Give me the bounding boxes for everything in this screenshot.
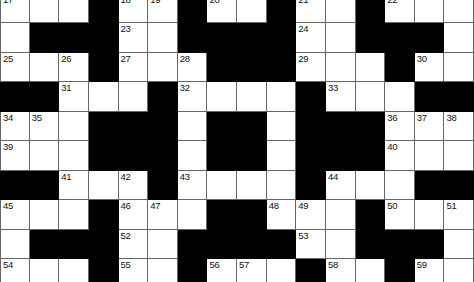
crossword-cell[interactable] <box>267 171 297 201</box>
crossword-cell[interactable] <box>415 0 445 23</box>
crossword-black-cell <box>119 112 149 142</box>
crossword-cell[interactable]: 54 <box>0 259 30 282</box>
clue-number: 18 <box>121 0 131 5</box>
crossword-black-cell <box>89 141 119 171</box>
crossword-cell[interactable] <box>444 230 474 260</box>
crossword-cell[interactable] <box>59 112 89 142</box>
crossword-black-cell <box>385 259 415 282</box>
clue-number: 41 <box>61 172 71 182</box>
crossword-cell[interactable]: 43 <box>178 171 208 201</box>
crossword-cell[interactable]: 34 <box>0 112 30 142</box>
crossword-cell[interactable] <box>148 259 178 282</box>
crossword-cell[interactable] <box>326 23 356 53</box>
clue-number: 30 <box>417 54 427 64</box>
crossword-black-cell <box>296 171 326 201</box>
crossword-black-cell <box>237 230 267 260</box>
clue-number: 52 <box>121 231 131 241</box>
crossword-cell[interactable]: 51 <box>444 200 474 230</box>
crossword-cell[interactable] <box>444 23 474 53</box>
crossword-black-cell <box>207 53 237 83</box>
clue-number: 20 <box>209 0 219 5</box>
clue-number: 31 <box>61 83 71 93</box>
crossword-black-cell <box>444 171 474 201</box>
crossword-cell[interactable] <box>444 141 474 171</box>
crossword-cell[interactable]: 44 <box>326 171 356 201</box>
clue-number: 51 <box>446 201 456 211</box>
crossword-cell[interactable] <box>178 200 208 230</box>
clue-number: 44 <box>328 172 338 182</box>
crossword-black-cell <box>415 82 445 112</box>
clue-number: 47 <box>150 201 160 211</box>
crossword-cell[interactable] <box>59 141 89 171</box>
crossword-cell[interactable] <box>0 23 30 53</box>
crossword-cell[interactable]: 25 <box>0 53 30 83</box>
crossword-cell[interactable] <box>385 82 415 112</box>
crossword-black-cell <box>89 112 119 142</box>
crossword-cell[interactable]: 33 <box>326 82 356 112</box>
crossword-cell[interactable]: 28 <box>178 53 208 83</box>
crossword-black-cell <box>356 141 386 171</box>
crossword-cell[interactable]: 52 <box>119 230 149 260</box>
crossword-cell[interactable]: 31 <box>59 82 89 112</box>
clue-number: 27 <box>121 54 131 64</box>
clue-number: 33 <box>328 83 338 93</box>
crossword-cell[interactable] <box>444 53 474 83</box>
crossword-black-cell <box>89 0 119 23</box>
crossword-black-cell <box>296 112 326 142</box>
crossword-cell[interactable]: 20 <box>207 0 237 23</box>
crossword-cell[interactable] <box>30 200 60 230</box>
crossword-black-cell <box>178 23 208 53</box>
clue-number: 46 <box>121 201 131 211</box>
crossword-cell[interactable]: 32 <box>178 82 208 112</box>
clue-number: 49 <box>298 201 308 211</box>
clue-number: 32 <box>180 83 190 93</box>
clue-number: 29 <box>298 54 308 64</box>
crossword-black-cell <box>148 141 178 171</box>
crossword-black-cell <box>30 23 60 53</box>
clue-number: 28 <box>180 54 190 64</box>
crossword-cell[interactable]: 50 <box>385 200 415 230</box>
crossword-black-cell <box>267 230 297 260</box>
crossword-black-cell <box>267 53 297 83</box>
crossword-board: 1718192021222324252627282930313233343536… <box>0 0 474 282</box>
crossword-cell[interactable]: 22 <box>385 0 415 23</box>
crossword-cell[interactable] <box>415 141 445 171</box>
clue-number: 54 <box>3 260 13 270</box>
crossword-cell[interactable] <box>356 171 386 201</box>
crossword-cell[interactable] <box>30 141 60 171</box>
clue-number: 43 <box>180 172 190 182</box>
crossword-cell[interactable] <box>59 259 89 282</box>
crossword-cell[interactable]: 48 <box>267 200 297 230</box>
clue-number: 58 <box>328 260 338 270</box>
crossword-cell[interactable] <box>444 0 474 23</box>
crossword-cell[interactable] <box>89 171 119 201</box>
crossword-black-cell <box>415 230 445 260</box>
crossword-cell[interactable]: 26 <box>59 53 89 83</box>
crossword-cell[interactable]: 49 <box>296 200 326 230</box>
crossword-black-cell <box>30 82 60 112</box>
crossword-black-cell <box>356 200 386 230</box>
crossword-black-cell <box>385 53 415 83</box>
crossword-cell[interactable] <box>30 259 60 282</box>
crossword-black-cell <box>207 112 237 142</box>
clue-number: 21 <box>298 0 308 5</box>
clue-number: 45 <box>3 201 13 211</box>
crossword-black-cell <box>385 23 415 53</box>
clue-number: 39 <box>3 142 13 152</box>
crossword-black-cell <box>148 82 178 112</box>
crossword-black-cell <box>178 259 208 282</box>
crossword-black-cell <box>178 0 208 23</box>
crossword-black-cell <box>237 141 267 171</box>
crossword-black-cell <box>296 82 326 112</box>
crossword-cell[interactable] <box>267 82 297 112</box>
crossword-cell[interactable] <box>59 0 89 23</box>
clue-number: 37 <box>417 113 427 123</box>
crossword-black-cell <box>59 230 89 260</box>
crossword-cell[interactable] <box>267 112 297 142</box>
crossword-cell[interactable] <box>356 82 386 112</box>
clue-number: 26 <box>61 54 71 64</box>
crossword-black-cell <box>89 259 119 282</box>
clue-number: 59 <box>417 260 427 270</box>
crossword-cell[interactable] <box>0 230 30 260</box>
crossword-black-cell <box>89 53 119 83</box>
crossword-black-cell <box>237 53 267 83</box>
crossword-black-cell <box>0 171 30 201</box>
clue-number: 17 <box>3 0 13 5</box>
clue-number: 50 <box>387 201 397 211</box>
crossword-black-cell <box>356 230 386 260</box>
crossword-black-cell <box>30 171 60 201</box>
clue-number: 38 <box>446 113 456 123</box>
crossword-cell[interactable]: 23 <box>119 23 149 53</box>
crossword-cell[interactable]: 59 <box>415 259 445 282</box>
crossword-cell[interactable] <box>267 259 297 282</box>
crossword-cell[interactable] <box>326 200 356 230</box>
clue-number: 36 <box>387 113 397 123</box>
crossword-cell[interactable] <box>326 230 356 260</box>
crossword-cell[interactable]: 53 <box>296 230 326 260</box>
crossword-black-cell <box>0 82 30 112</box>
clue-number: 35 <box>32 113 42 123</box>
crossword-black-cell <box>356 112 386 142</box>
crossword-cell[interactable] <box>148 23 178 53</box>
clue-number: 53 <box>298 231 308 241</box>
clue-number: 24 <box>298 24 308 34</box>
clue-number: 56 <box>209 260 219 270</box>
crossword-cell[interactable] <box>356 259 386 282</box>
crossword-cell[interactable]: 17 <box>0 0 30 23</box>
crossword-black-cell <box>237 23 267 53</box>
crossword-cell[interactable]: 46 <box>119 200 149 230</box>
crossword-cell[interactable]: 30 <box>415 53 445 83</box>
crossword-black-cell <box>296 259 326 282</box>
crossword-cell[interactable] <box>89 82 119 112</box>
crossword-black-cell <box>415 171 445 201</box>
crossword-cell[interactable]: 57 <box>237 259 267 282</box>
crossword-cell[interactable] <box>385 171 415 201</box>
clue-number: 57 <box>239 260 249 270</box>
crossword-cell[interactable]: 35 <box>30 112 60 142</box>
crossword-black-cell <box>356 23 386 53</box>
crossword-black-cell <box>207 141 237 171</box>
crossword-cell[interactable]: 55 <box>119 259 149 282</box>
crossword-cell[interactable]: 47 <box>148 200 178 230</box>
crossword-cell[interactable] <box>326 53 356 83</box>
crossword-black-cell <box>89 230 119 260</box>
crossword-cell[interactable]: 38 <box>444 112 474 142</box>
crossword-cell[interactable]: 19 <box>148 0 178 23</box>
crossword-black-cell <box>326 141 356 171</box>
crossword-cell[interactable] <box>119 82 149 112</box>
clue-number: 55 <box>121 260 131 270</box>
crossword-cell[interactable] <box>178 112 208 142</box>
crossword-cell[interactable] <box>237 0 267 23</box>
clue-number: 19 <box>150 0 160 5</box>
crossword-black-cell <box>178 230 208 260</box>
crossword-cell[interactable] <box>237 82 267 112</box>
crossword-black-cell <box>415 23 445 53</box>
crossword-black-cell <box>207 230 237 260</box>
crossword-cell[interactable]: 37 <box>415 112 445 142</box>
crossword-cell[interactable]: 36 <box>385 112 415 142</box>
clue-number: 25 <box>3 54 13 64</box>
crossword-cell[interactable] <box>444 259 474 282</box>
crossword-black-cell <box>444 82 474 112</box>
crossword-cell[interactable]: 21 <box>296 0 326 23</box>
crossword-black-cell <box>59 23 89 53</box>
crossword-black-cell <box>356 0 386 23</box>
crossword-cell[interactable] <box>267 141 297 171</box>
crossword-cell[interactable]: 41 <box>59 171 89 201</box>
crossword-cell[interactable]: 18 <box>119 0 149 23</box>
crossword-cell[interactable] <box>207 82 237 112</box>
clue-number: 42 <box>121 172 131 182</box>
crossword-black-cell <box>385 230 415 260</box>
crossword-cell[interactable] <box>148 230 178 260</box>
crossword-black-cell <box>207 23 237 53</box>
crossword-cell[interactable] <box>237 171 267 201</box>
crossword-cell[interactable] <box>326 0 356 23</box>
crossword-black-cell <box>119 141 149 171</box>
crossword-cell[interactable]: 24 <box>296 23 326 53</box>
crossword-cell[interactable] <box>356 53 386 83</box>
crossword-black-cell <box>326 112 356 142</box>
crossword-black-cell <box>267 23 297 53</box>
clue-number: 48 <box>269 201 279 211</box>
crossword-cell[interactable]: 42 <box>119 171 149 201</box>
crossword-grid: 1718192021222324252627282930313233343536… <box>0 0 474 282</box>
crossword-cell[interactable]: 29 <box>296 53 326 83</box>
crossword-cell[interactable]: 39 <box>0 141 30 171</box>
crossword-black-cell <box>30 230 60 260</box>
crossword-cell[interactable]: 58 <box>326 259 356 282</box>
crossword-cell[interactable]: 45 <box>0 200 30 230</box>
crossword-black-cell <box>296 141 326 171</box>
crossword-cell[interactable] <box>148 53 178 83</box>
clue-number: 22 <box>387 0 397 5</box>
clue-number: 23 <box>121 24 131 34</box>
clue-number: 34 <box>3 113 13 123</box>
crossword-cell[interactable] <box>59 200 89 230</box>
crossword-cell[interactable] <box>207 171 237 201</box>
clue-number: 40 <box>387 142 397 152</box>
crossword-cell[interactable] <box>30 0 60 23</box>
crossword-black-cell <box>267 0 297 23</box>
crossword-black-cell <box>237 200 267 230</box>
crossword-black-cell <box>89 23 119 53</box>
crossword-black-cell <box>237 112 267 142</box>
crossword-cell[interactable]: 56 <box>207 259 237 282</box>
crossword-cell[interactable] <box>415 200 445 230</box>
crossword-cell[interactable] <box>178 141 208 171</box>
crossword-cell[interactable] <box>30 53 60 83</box>
crossword-black-cell <box>207 200 237 230</box>
crossword-black-cell <box>148 112 178 142</box>
crossword-black-cell <box>89 200 119 230</box>
crossword-cell[interactable]: 40 <box>385 141 415 171</box>
crossword-black-cell <box>148 171 178 201</box>
crossword-cell[interactable]: 27 <box>119 53 149 83</box>
